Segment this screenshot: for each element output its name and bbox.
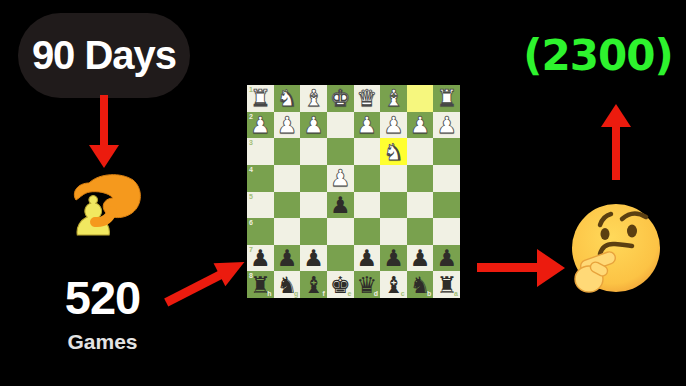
square-g2: ♟	[274, 112, 301, 139]
rank-label-3: 3	[249, 139, 253, 146]
square-b2: ♟	[407, 112, 434, 139]
square-e5: ♟	[327, 192, 354, 219]
square-a1: ♜	[433, 85, 460, 112]
square-d1: ♛	[354, 85, 381, 112]
file-label-g: g	[294, 290, 298, 297]
square-a7: ♟	[433, 245, 460, 272]
square-g5	[274, 192, 301, 219]
black-pawn-b7: ♟	[410, 245, 431, 271]
white-knight-g1: ♞	[277, 85, 298, 111]
square-d2: ♟	[354, 112, 381, 139]
games-count: 520	[40, 270, 165, 325]
white-pawn-g2: ♟	[277, 112, 298, 138]
square-c2: ♟	[380, 112, 407, 139]
square-d8: ♛d	[354, 271, 381, 298]
square-c6	[380, 218, 407, 245]
file-label-b: b	[427, 290, 431, 297]
square-g6	[274, 218, 301, 245]
square-h7: ♟7	[247, 245, 274, 272]
right-eye	[627, 225, 637, 238]
square-a6	[433, 218, 460, 245]
black-pawn-c7: ♟	[383, 245, 404, 271]
square-g1: ♞	[274, 85, 301, 112]
white-pawn-c2: ♟	[383, 112, 404, 138]
file-label-c: c	[401, 290, 405, 297]
square-a4	[433, 165, 460, 192]
square-a2: ♟	[433, 112, 460, 139]
chess-board: ♜1♞♝♚♛♝♜♟2♟♟♟♟♟♟3♞4♟5♟6♟7♟♟♟♟♟♟♜8h♞g♝f♚e…	[247, 85, 460, 298]
file-label-d: d	[374, 290, 378, 297]
rank-label-7: 7	[249, 246, 253, 253]
square-d5	[354, 192, 381, 219]
square-e8: ♚e	[327, 271, 354, 298]
square-e2	[327, 112, 354, 139]
black-pawn-g7: ♟	[277, 245, 298, 271]
white-queen-d1: ♛	[357, 85, 378, 111]
white-rook-h1: ♜	[250, 85, 271, 111]
square-d3	[354, 138, 381, 165]
file-label-h: h	[267, 290, 271, 297]
square-b5	[407, 192, 434, 219]
black-bishop-f8: ♝	[303, 272, 324, 298]
white-pawn-f2: ♟	[303, 112, 324, 138]
square-b4	[407, 165, 434, 192]
black-pawn-e5: ♟	[330, 192, 351, 218]
square-g7: ♟	[274, 245, 301, 272]
square-d7: ♟	[354, 245, 381, 272]
square-c7: ♟	[380, 245, 407, 272]
rank-label-6: 6	[249, 219, 253, 226]
white-pawn-b2: ♟	[410, 112, 431, 138]
days-label: 90 Days	[32, 33, 176, 78]
rank-label-4: 4	[249, 166, 253, 173]
square-f2: ♟	[300, 112, 327, 139]
square-a3	[433, 138, 460, 165]
white-pawn-h2: ♟	[250, 112, 271, 138]
days-pill: 90 Days	[18, 13, 190, 98]
square-a8: ♜a	[433, 271, 460, 298]
square-c3: ♞	[380, 138, 407, 165]
white-bishop-c1: ♝	[383, 85, 404, 111]
square-h5: 5	[247, 192, 274, 219]
rank-label-8: 8	[249, 272, 253, 279]
square-b1	[407, 85, 434, 112]
square-e3	[327, 138, 354, 165]
white-bishop-f1: ♝	[303, 85, 324, 111]
arrow-up-right-icon	[160, 250, 250, 313]
square-b8: ♞b	[407, 271, 434, 298]
hand-moving-pawn-icon: ♟	[62, 170, 148, 256]
square-c5	[380, 192, 407, 219]
square-f3	[300, 138, 327, 165]
rank-label-2: 2	[249, 113, 253, 120]
file-label-f: f	[323, 290, 325, 297]
white-pawn-a2: ♟	[436, 112, 457, 138]
square-e7	[327, 245, 354, 272]
square-h2: ♟2	[247, 112, 274, 139]
thinking-face-icon	[566, 198, 666, 298]
white-pawn-e4: ♟	[330, 165, 351, 191]
games-label: Games	[40, 330, 165, 354]
rank-label-5: 5	[249, 193, 253, 200]
square-g3	[274, 138, 301, 165]
white-king-e1: ♚	[330, 85, 351, 111]
rank-label-1: 1	[249, 86, 253, 93]
square-f4	[300, 165, 327, 192]
square-f8: ♝f	[300, 271, 327, 298]
square-h3: 3	[247, 138, 274, 165]
white-knight-c3: ♞	[383, 139, 404, 165]
square-g8: ♞g	[274, 271, 301, 298]
square-e6	[327, 218, 354, 245]
square-h1: ♜1	[247, 85, 274, 112]
square-e4: ♟	[327, 165, 354, 192]
square-f7: ♟	[300, 245, 327, 272]
square-c8: ♝c	[380, 271, 407, 298]
square-h4: 4	[247, 165, 274, 192]
square-a5	[433, 192, 460, 219]
rating-label: (2300)	[516, 31, 680, 80]
square-b6	[407, 218, 434, 245]
square-f1: ♝	[300, 85, 327, 112]
black-pawn-f7: ♟	[303, 245, 324, 271]
black-pawn-h7: ♟	[250, 245, 271, 271]
white-rook-a1: ♜	[436, 85, 457, 111]
square-f6	[300, 218, 327, 245]
thumbnail-canvas: 90 Days ♟ 520 Games ♜1♞♝♚♛♝♜♟2♟♟♟♟♟♟3♞4♟…	[0, 0, 686, 386]
square-f5	[300, 192, 327, 219]
white-pawn-d2: ♟	[357, 112, 378, 138]
square-d6	[354, 218, 381, 245]
black-pawn-a7: ♟	[436, 245, 457, 271]
file-label-a: a	[454, 290, 458, 297]
square-c4	[380, 165, 407, 192]
square-d4	[354, 165, 381, 192]
square-c1: ♝	[380, 85, 407, 112]
square-h8: ♜8h	[247, 271, 274, 298]
square-h6: 6	[247, 218, 274, 245]
square-e1: ♚	[327, 85, 354, 112]
left-eye	[601, 228, 610, 240]
square-b7: ♟	[407, 245, 434, 272]
file-label-e: e	[348, 290, 352, 297]
square-b3	[407, 138, 434, 165]
black-pawn-d7: ♟	[357, 245, 378, 271]
hand-icon	[62, 170, 148, 232]
square-g4	[274, 165, 301, 192]
